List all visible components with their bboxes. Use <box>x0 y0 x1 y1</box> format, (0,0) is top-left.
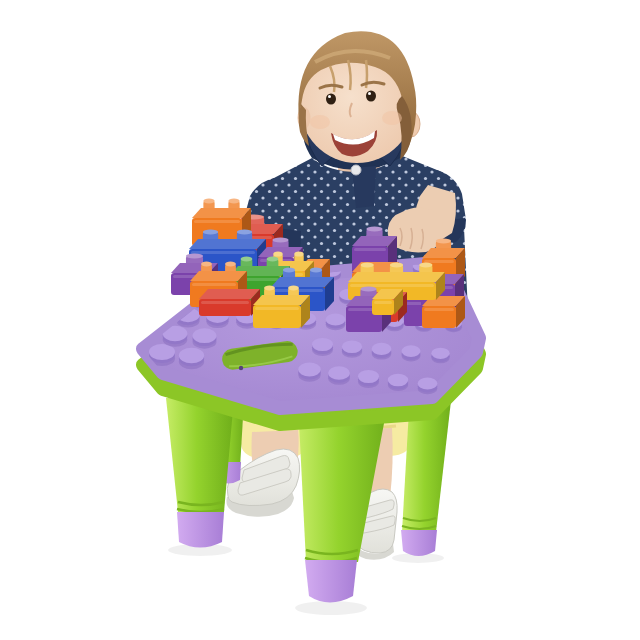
table-stud <box>179 348 204 370</box>
table-stud <box>402 345 421 361</box>
table-screw-hole <box>239 366 243 370</box>
building-block-red <box>199 289 260 316</box>
table-stud <box>326 313 346 330</box>
table-stud <box>193 328 217 348</box>
table-stud <box>342 340 362 357</box>
scene-canvas <box>0 0 640 640</box>
cheek-right <box>382 111 402 125</box>
shadow <box>295 601 367 615</box>
building-block-orange <box>422 296 465 328</box>
eye-left <box>326 94 336 105</box>
table-stud <box>431 348 449 364</box>
shirt-button-bottom <box>351 165 361 175</box>
product-photo <box>0 0 640 640</box>
table-stud <box>418 377 438 394</box>
table-stud <box>298 363 321 382</box>
eye-right <box>366 91 376 102</box>
table-stud <box>388 374 408 391</box>
cheek-left <box>310 115 330 129</box>
table-stud <box>358 370 379 388</box>
table-stud <box>328 366 350 385</box>
table-stud <box>312 338 333 356</box>
table-stud <box>372 343 392 360</box>
